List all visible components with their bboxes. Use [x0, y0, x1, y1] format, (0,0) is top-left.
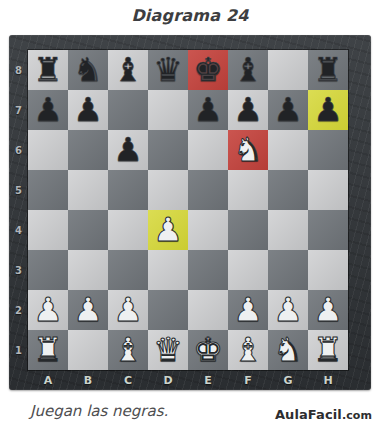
- black-pawn-e7: ♟: [188, 90, 228, 130]
- square-a4[interactable]: [28, 210, 68, 250]
- square-e6[interactable]: [188, 130, 228, 170]
- square-h8[interactable]: ♜: [308, 50, 348, 90]
- square-b7[interactable]: ♟: [68, 90, 108, 130]
- square-g8[interactable]: [268, 50, 308, 90]
- square-h2[interactable]: ♟: [308, 290, 348, 330]
- rank-label-8: 8: [9, 50, 28, 90]
- file-label-a: A: [28, 370, 68, 390]
- black-rook-h8: ♜: [308, 50, 348, 90]
- black-pawn-c6: ♟: [108, 130, 148, 170]
- square-a2[interactable]: ♟: [28, 290, 68, 330]
- square-d5[interactable]: [148, 170, 188, 210]
- white-king-e1: ♚: [188, 330, 228, 370]
- square-g2[interactable]: ♟: [268, 290, 308, 330]
- square-f5[interactable]: [228, 170, 268, 210]
- square-b6[interactable]: [68, 130, 108, 170]
- square-a1[interactable]: ♜: [28, 330, 68, 370]
- file-label-e: E: [188, 370, 228, 390]
- file-label-c: C: [108, 370, 148, 390]
- white-pawn-d4: ♟: [148, 210, 188, 250]
- black-king-e8: ♚: [188, 50, 228, 90]
- square-c1[interactable]: ♝: [108, 330, 148, 370]
- white-pawn-g2: ♟: [268, 290, 308, 330]
- square-h3[interactable]: [308, 250, 348, 290]
- black-knight-b8: ♞: [68, 50, 108, 90]
- square-h7[interactable]: ♟: [308, 90, 348, 130]
- rank-label-4: 4: [9, 210, 28, 250]
- square-c2[interactable]: ♟: [108, 290, 148, 330]
- square-b2[interactable]: ♟: [68, 290, 108, 330]
- white-knight-g1: ♞: [268, 330, 308, 370]
- square-h1[interactable]: ♜: [308, 330, 348, 370]
- square-a6[interactable]: [28, 130, 68, 170]
- black-pawn-b7: ♟: [68, 90, 108, 130]
- square-h5[interactable]: [308, 170, 348, 210]
- square-c8[interactable]: ♝: [108, 50, 148, 90]
- file-label-h: H: [308, 370, 348, 390]
- square-d2[interactable]: [148, 290, 188, 330]
- rank-label-6: 6: [9, 130, 28, 170]
- square-e8[interactable]: ♚: [188, 50, 228, 90]
- rank-label-1: 1: [9, 330, 28, 370]
- square-b3[interactable]: [68, 250, 108, 290]
- white-knight-f6: ♞: [228, 130, 268, 170]
- square-e1[interactable]: ♚: [188, 330, 228, 370]
- diagram-title: Diagrama 24: [0, 6, 380, 25]
- rank-label-3: 3: [9, 250, 28, 290]
- rank-label-7: 7: [9, 90, 28, 130]
- black-pawn-a7: ♟: [28, 90, 68, 130]
- square-d3[interactable]: [148, 250, 188, 290]
- square-f1[interactable]: ♝: [228, 330, 268, 370]
- white-pawn-b2: ♟: [68, 290, 108, 330]
- file-label-d: D: [148, 370, 188, 390]
- square-h6[interactable]: [308, 130, 348, 170]
- square-d4[interactable]: ♟: [148, 210, 188, 250]
- square-a8[interactable]: ♜: [28, 50, 68, 90]
- rank-labels: 87654321: [9, 50, 28, 370]
- square-e3[interactable]: [188, 250, 228, 290]
- board-squares: ♜♞♝♛♚♝♜♟♟♟♟♟♟♟♞♟♟♟♟♟♟♟♜♝♛♚♝♞♜: [28, 50, 348, 370]
- square-e7[interactable]: ♟: [188, 90, 228, 130]
- chess-board: 87654321 ♜♞♝♛♚♝♜♟♟♟♟♟♟♟♞♟♟♟♟♟♟♟♜♝♛♚♝♞♜ A…: [9, 35, 371, 390]
- white-pawn-a2: ♟: [28, 290, 68, 330]
- file-label-g: G: [268, 370, 308, 390]
- black-bishop-f8: ♝: [228, 50, 268, 90]
- square-e5[interactable]: [188, 170, 228, 210]
- square-f7[interactable]: ♟: [228, 90, 268, 130]
- white-bishop-c1: ♝: [108, 330, 148, 370]
- square-a3[interactable]: [28, 250, 68, 290]
- white-pawn-f2: ♟: [228, 290, 268, 330]
- file-label-b: B: [68, 370, 108, 390]
- square-b1[interactable]: [68, 330, 108, 370]
- square-a7[interactable]: ♟: [28, 90, 68, 130]
- board-frame-grid: 87654321 ♜♞♝♛♚♝♜♟♟♟♟♟♟♟♞♟♟♟♟♟♟♟♜♝♛♚♝♞♜ A…: [9, 50, 348, 390]
- square-f8[interactable]: ♝: [228, 50, 268, 90]
- square-g7[interactable]: ♟: [268, 90, 308, 130]
- square-b8[interactable]: ♞: [68, 50, 108, 90]
- square-c5[interactable]: [108, 170, 148, 210]
- square-g5[interactable]: [268, 170, 308, 210]
- white-bishop-f1: ♝: [228, 330, 268, 370]
- square-e2[interactable]: [188, 290, 228, 330]
- brand-tld: .com: [342, 409, 372, 422]
- brand-name: AulaFacil: [275, 407, 342, 422]
- square-c6[interactable]: ♟: [108, 130, 148, 170]
- square-g6[interactable]: [268, 130, 308, 170]
- square-d8[interactable]: ♛: [148, 50, 188, 90]
- file-labels: ABCDEFGH: [28, 370, 348, 390]
- square-d7[interactable]: [148, 90, 188, 130]
- black-pawn-h7: ♟: [308, 90, 348, 130]
- white-rook-a1: ♜: [28, 330, 68, 370]
- square-c4[interactable]: [108, 210, 148, 250]
- square-c3[interactable]: [108, 250, 148, 290]
- white-pawn-h2: ♟: [308, 290, 348, 330]
- black-bishop-c8: ♝: [108, 50, 148, 90]
- square-f2[interactable]: ♟: [228, 290, 268, 330]
- square-f6[interactable]: ♞: [228, 130, 268, 170]
- black-pawn-g7: ♟: [268, 90, 308, 130]
- rank-label-2: 2: [9, 290, 28, 330]
- file-label-f: F: [228, 370, 268, 390]
- square-a5[interactable]: [28, 170, 68, 210]
- square-d6[interactable]: [148, 130, 188, 170]
- black-rook-a8: ♜: [28, 50, 68, 90]
- square-g4[interactable]: [268, 210, 308, 250]
- white-rook-h1: ♜: [308, 330, 348, 370]
- white-pawn-c2: ♟: [108, 290, 148, 330]
- brand-logo: AulaFacil.com: [275, 407, 372, 422]
- rank-label-5: 5: [9, 170, 28, 210]
- square-e4[interactable]: [188, 210, 228, 250]
- square-b5[interactable]: [68, 170, 108, 210]
- square-f3[interactable]: [228, 250, 268, 290]
- square-h4[interactable]: [308, 210, 348, 250]
- black-queen-d8: ♛: [148, 50, 188, 90]
- white-queen-d1: ♛: [148, 330, 188, 370]
- frame-corner: [9, 370, 28, 390]
- square-c7[interactable]: [108, 90, 148, 130]
- caption-to-move: Juegan las negras.: [30, 402, 168, 420]
- diagram-page: Diagrama 24 87654321 ♜♞♝♛♚♝♜♟♟♟♟♟♟♟♞♟♟♟♟…: [0, 0, 380, 433]
- square-d1[interactable]: ♛: [148, 330, 188, 370]
- black-pawn-f7: ♟: [228, 90, 268, 130]
- square-b4[interactable]: [68, 210, 108, 250]
- square-g3[interactable]: [268, 250, 308, 290]
- square-f4[interactable]: [228, 210, 268, 250]
- square-g1[interactable]: ♞: [268, 330, 308, 370]
